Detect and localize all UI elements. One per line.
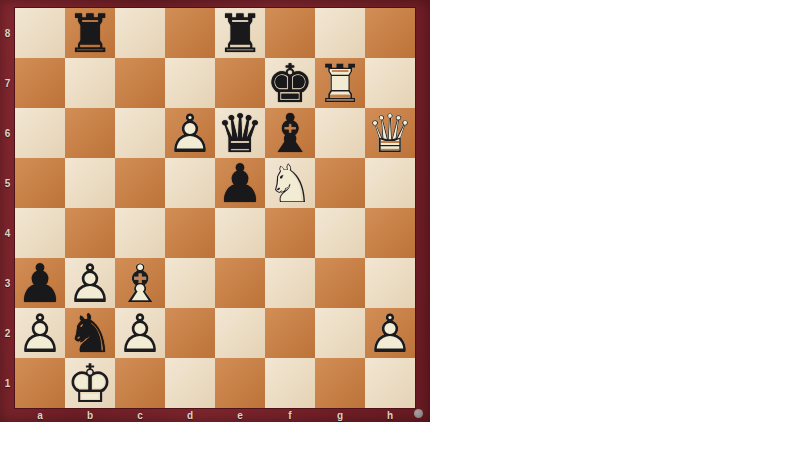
white-pawn-h2[interactable]: ♟♙ [365, 308, 415, 358]
square-e3[interactable] [215, 258, 265, 308]
square-c7[interactable] [115, 58, 165, 108]
square-h1[interactable] [365, 358, 415, 408]
board-grid: ♜♜♚♜♖♟♙♛♝♛♕♟♞♘♟♟♙♝♗♟♙♞♟♙♟♙♚♔ [15, 8, 415, 408]
file-label-d: d [165, 408, 215, 422]
file-label-b: b [65, 408, 115, 422]
rank-label-8: 8 [0, 8, 15, 58]
square-d4[interactable] [165, 208, 215, 258]
square-e7[interactable] [215, 58, 265, 108]
white-pawn-a2[interactable]: ♟♙ [15, 308, 65, 358]
square-c4[interactable] [115, 208, 165, 258]
rank-label-4: 4 [0, 208, 15, 258]
square-f3[interactable] [265, 258, 315, 308]
black-pawn-e5[interactable]: ♟ [215, 158, 265, 208]
white-pawn-c2[interactable]: ♟♙ [115, 308, 165, 358]
square-g6[interactable] [315, 108, 365, 158]
piece-outline: ♙ [165, 108, 215, 158]
square-c3[interactable]: ♝♗ [115, 258, 165, 308]
piece-outline: ♙ [115, 308, 165, 358]
square-d7[interactable] [165, 58, 215, 108]
square-d6[interactable]: ♟♙ [165, 108, 215, 158]
rank-label-3: 3 [0, 258, 15, 308]
rank-label-2: 2 [0, 308, 15, 358]
black-queen-e6[interactable]: ♛ [215, 108, 265, 158]
white-bishop-c3[interactable]: ♝♗ [115, 258, 165, 308]
black-bishop-f6[interactable]: ♝ [265, 108, 315, 158]
square-g4[interactable] [315, 208, 365, 258]
black-rook-b8[interactable]: ♜ [65, 8, 115, 58]
file-label-f: f [265, 408, 315, 422]
square-c2[interactable]: ♟♙ [115, 308, 165, 358]
black-knight-b2[interactable]: ♞ [65, 308, 115, 358]
square-h7[interactable] [365, 58, 415, 108]
move-indicator-dot [414, 409, 423, 418]
black-rook-e8[interactable]: ♜ [215, 8, 265, 58]
square-g2[interactable] [315, 308, 365, 358]
square-b3[interactable]: ♟♙ [65, 258, 115, 308]
square-b5[interactable] [65, 158, 115, 208]
white-king-b1[interactable]: ♚♔ [65, 358, 115, 408]
square-f6[interactable]: ♝ [265, 108, 315, 158]
piece-outline: ♙ [15, 308, 65, 358]
square-c1[interactable] [115, 358, 165, 408]
square-h8[interactable] [365, 8, 415, 58]
square-d2[interactable] [165, 308, 215, 358]
square-g7[interactable]: ♜♖ [315, 58, 365, 108]
square-b7[interactable] [65, 58, 115, 108]
square-h5[interactable] [365, 158, 415, 208]
white-queen-h6[interactable]: ♛♕ [365, 108, 415, 158]
square-a7[interactable] [15, 58, 65, 108]
piece-outline: ♖ [315, 58, 365, 108]
square-c6[interactable] [115, 108, 165, 158]
square-e8[interactable]: ♜ [215, 8, 265, 58]
rank-labels: 87654321 [0, 8, 15, 408]
square-c5[interactable] [115, 158, 165, 208]
square-a5[interactable] [15, 158, 65, 208]
square-b1[interactable]: ♚♔ [65, 358, 115, 408]
piece-outline: ♙ [365, 308, 415, 358]
square-c8[interactable] [115, 8, 165, 58]
square-d5[interactable] [165, 158, 215, 208]
white-pawn-b3[interactable]: ♟♙ [65, 258, 115, 308]
square-a8[interactable] [15, 8, 65, 58]
white-knight-f5[interactable]: ♞♘ [265, 158, 315, 208]
file-label-e: e [215, 408, 265, 422]
square-h4[interactable] [365, 208, 415, 258]
file-label-c: c [115, 408, 165, 422]
square-f4[interactable] [265, 208, 315, 258]
square-e4[interactable] [215, 208, 265, 258]
piece-outline: ♔ [65, 358, 115, 408]
square-f7[interactable]: ♚ [265, 58, 315, 108]
rank-label-6: 6 [0, 108, 15, 158]
piece-outline: ♕ [365, 108, 415, 158]
white-pawn-d6[interactable]: ♟♙ [165, 108, 215, 158]
square-h2[interactable]: ♟♙ [365, 308, 415, 358]
square-f1[interactable] [265, 358, 315, 408]
square-b4[interactable] [65, 208, 115, 258]
square-e1[interactable] [215, 358, 265, 408]
square-f2[interactable] [265, 308, 315, 358]
square-f8[interactable] [265, 8, 315, 58]
square-e2[interactable] [215, 308, 265, 358]
file-label-g: g [315, 408, 365, 422]
file-label-a: a [15, 408, 65, 422]
black-pawn-a3[interactable]: ♟ [15, 258, 65, 308]
square-d3[interactable] [165, 258, 215, 308]
square-a1[interactable] [15, 358, 65, 408]
square-a4[interactable] [15, 208, 65, 258]
square-g3[interactable] [315, 258, 365, 308]
file-labels: abcdefgh [15, 408, 415, 422]
square-h6[interactable]: ♛♕ [365, 108, 415, 158]
black-king-f7[interactable]: ♚ [265, 58, 315, 108]
piece-outline: ♘ [265, 158, 315, 208]
square-g1[interactable] [315, 358, 365, 408]
square-g8[interactable] [315, 8, 365, 58]
white-rook-g7[interactable]: ♜♖ [315, 58, 365, 108]
piece-outline: ♗ [115, 258, 165, 308]
square-b8[interactable]: ♜ [65, 8, 115, 58]
square-b2[interactable]: ♞ [65, 308, 115, 358]
file-label-h: h [365, 408, 415, 422]
square-d8[interactable] [165, 8, 215, 58]
square-e5[interactable]: ♟ [215, 158, 265, 208]
square-a2[interactable]: ♟♙ [15, 308, 65, 358]
square-f5[interactable]: ♞♘ [265, 158, 315, 208]
rank-label-1: 1 [0, 358, 15, 408]
chess-board: 87654321 ♜♜♚♜♖♟♙♛♝♛♕♟♞♘♟♟♙♝♗♟♙♞♟♙♟♙♚♔ ab… [0, 0, 430, 422]
rank-label-5: 5 [0, 158, 15, 208]
piece-outline: ♙ [65, 258, 115, 308]
rank-label-7: 7 [0, 58, 15, 108]
square-h3[interactable] [365, 258, 415, 308]
square-a3[interactable]: ♟ [15, 258, 65, 308]
page: 87654321 ♜♜♚♜♖♟♙♛♝♛♕♟♞♘♟♟♙♝♗♟♙♞♟♙♟♙♚♔ ab… [0, 0, 800, 450]
square-g5[interactable] [315, 158, 365, 208]
square-b6[interactable] [65, 108, 115, 158]
square-d1[interactable] [165, 358, 215, 408]
square-a6[interactable] [15, 108, 65, 158]
square-e6[interactable]: ♛ [215, 108, 265, 158]
